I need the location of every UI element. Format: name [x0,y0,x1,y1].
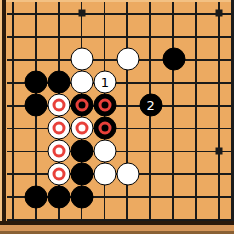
move-number-label: 1 [101,76,109,89]
circle-marker-icon [98,121,111,134]
board-top-edge-highlight [0,0,234,2]
star-point [216,147,223,154]
white-stone[interactable] [93,162,116,185]
board-bottom-shadow [0,231,234,234]
marked-white-stone[interactable] [48,93,71,116]
go-board-diagram: 12 [0,0,234,234]
circle-marker-icon [76,98,89,111]
circle-marker-icon [76,121,89,134]
black-stone[interactable] [162,48,185,71]
circle-marker-icon [53,98,66,111]
black-stone[interactable] [25,71,48,94]
black-stone[interactable] [48,71,71,94]
marked-black-stone[interactable] [93,116,116,139]
circle-marker-icon [53,121,66,134]
white-stone[interactable] [93,139,116,162]
move-number-label: 2 [147,98,155,111]
black-stone[interactable] [71,162,94,185]
white-stone[interactable] [116,48,139,71]
board-right-crop-edge [231,0,234,225]
marked-white-stone[interactable] [48,139,71,162]
black-stone[interactable] [71,139,94,162]
marked-white-stone[interactable] [48,116,71,139]
white-stone[interactable] [71,48,94,71]
black-stone[interactable] [71,185,94,208]
black-stone[interactable] [25,185,48,208]
black-stone[interactable] [25,93,48,116]
white-stone[interactable] [116,162,139,185]
star-point [216,10,223,17]
marked-white-stone[interactable] [48,162,71,185]
circle-marker-icon [98,98,111,111]
marked-black-stone[interactable] [93,93,116,116]
board-left-frame [2,0,6,225]
marked-black-stone[interactable] [71,93,94,116]
move-1-white-stone[interactable]: 1 [93,71,116,94]
circle-marker-icon [53,167,66,180]
star-point [79,10,86,17]
white-stone[interactable] [71,71,94,94]
marked-white-stone[interactable] [71,116,94,139]
move-2-black-stone[interactable]: 2 [139,93,162,116]
circle-marker-icon [53,144,66,157]
black-stone[interactable] [48,185,71,208]
